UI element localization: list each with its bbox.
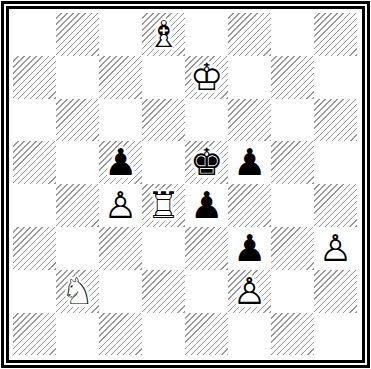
- black-pawn-icon: ♟: [99, 141, 142, 184]
- square-a4[interactable]: [13, 184, 56, 227]
- black-pawn-icon: ♟: [185, 184, 228, 227]
- square-e7[interactable]: ♚♔: [185, 56, 228, 99]
- square-d5[interactable]: [142, 141, 185, 184]
- square-h2[interactable]: [314, 270, 357, 313]
- square-c1[interactable]: [99, 313, 142, 356]
- square-b1[interactable]: [56, 313, 99, 356]
- square-b3[interactable]: [56, 227, 99, 270]
- square-b2[interactable]: ♞♘: [56, 270, 99, 313]
- white-bishop-icon: ♗: [142, 13, 185, 56]
- square-a8[interactable]: [13, 13, 56, 56]
- square-b5[interactable]: [56, 141, 99, 184]
- piece-white-rook-d4: ♜♖: [142, 184, 185, 227]
- white-rook-icon: ♖: [142, 184, 185, 227]
- black-king-icon: ♚: [185, 141, 228, 184]
- piece-black-pawn-e4: ♟♟: [185, 184, 228, 227]
- square-e5[interactable]: ♚♚: [185, 141, 228, 184]
- square-b4[interactable]: [56, 184, 99, 227]
- square-c3[interactable]: [99, 227, 142, 270]
- board-outer-frame: ♝♗♚♔♟♟♚♚♟♟♟♙♜♖♟♟♟♟♟♙♞♘♟♙: [1, 1, 370, 368]
- square-h4[interactable]: [314, 184, 357, 227]
- square-h7[interactable]: [314, 56, 357, 99]
- square-e4[interactable]: ♟♟: [185, 184, 228, 227]
- square-d1[interactable]: [142, 313, 185, 356]
- square-g7[interactable]: [271, 56, 314, 99]
- piece-black-pawn-c5: ♟♟: [99, 141, 142, 184]
- square-a2[interactable]: [13, 270, 56, 313]
- square-c6[interactable]: [99, 99, 142, 142]
- square-h6[interactable]: [314, 99, 357, 142]
- piece-white-knight-b2: ♞♘: [56, 270, 99, 313]
- square-h5[interactable]: [314, 141, 357, 184]
- square-a3[interactable]: [13, 227, 56, 270]
- white-king-icon: ♔: [185, 56, 228, 99]
- piece-white-pawn-h3: ♟♙: [314, 227, 357, 270]
- piece-white-bishop-d8: ♝♗: [142, 13, 185, 56]
- square-f2[interactable]: ♟♙: [228, 270, 271, 313]
- white-pawn-icon: ♙: [228, 270, 271, 313]
- square-a5[interactable]: [13, 141, 56, 184]
- square-f4[interactable]: [228, 184, 271, 227]
- piece-black-pawn-f3: ♟♟: [228, 227, 271, 270]
- square-d4[interactable]: ♜♖: [142, 184, 185, 227]
- square-g1[interactable]: [271, 313, 314, 356]
- square-f7[interactable]: [228, 56, 271, 99]
- square-f5[interactable]: ♟♟: [228, 141, 271, 184]
- white-pawn-icon: ♙: [99, 184, 142, 227]
- square-b8[interactable]: [56, 13, 99, 56]
- square-c4[interactable]: ♟♙: [99, 184, 142, 227]
- chess-board: ♝♗♚♔♟♟♚♚♟♟♟♙♜♖♟♟♟♟♟♙♞♘♟♙: [13, 13, 357, 356]
- square-c5[interactable]: ♟♟: [99, 141, 142, 184]
- square-c2[interactable]: [99, 270, 142, 313]
- square-e1[interactable]: [185, 313, 228, 356]
- square-d7[interactable]: [142, 56, 185, 99]
- square-e3[interactable]: [185, 227, 228, 270]
- square-f6[interactable]: [228, 99, 271, 142]
- square-d2[interactable]: [142, 270, 185, 313]
- square-h3[interactable]: ♟♙: [314, 227, 357, 270]
- black-pawn-icon: ♟: [228, 227, 271, 270]
- square-g3[interactable]: [271, 227, 314, 270]
- white-pawn-icon: ♙: [314, 227, 357, 270]
- square-b6[interactable]: [56, 99, 99, 142]
- square-e6[interactable]: [185, 99, 228, 142]
- square-a7[interactable]: [13, 56, 56, 99]
- square-b7[interactable]: [56, 56, 99, 99]
- chess-diagram: ♝♗♚♔♟♟♚♚♟♟♟♙♜♖♟♟♟♟♟♙♞♘♟♙: [0, 0, 371, 369]
- piece-white-pawn-f2: ♟♙: [228, 270, 271, 313]
- piece-black-pawn-f5: ♟♟: [228, 141, 271, 184]
- piece-white-king-e7: ♚♔: [185, 56, 228, 99]
- square-c8[interactable]: [99, 13, 142, 56]
- square-e8[interactable]: [185, 13, 228, 56]
- square-d6[interactable]: [142, 99, 185, 142]
- square-g8[interactable]: [271, 13, 314, 56]
- square-e2[interactable]: [185, 270, 228, 313]
- piece-black-king-e5: ♚♚: [185, 141, 228, 184]
- square-h1[interactable]: [314, 313, 357, 356]
- square-h8[interactable]: [314, 13, 357, 56]
- square-g6[interactable]: [271, 99, 314, 142]
- square-a6[interactable]: [13, 99, 56, 142]
- square-f8[interactable]: [228, 13, 271, 56]
- white-knight-icon: ♘: [56, 270, 99, 313]
- board-inner-frame: ♝♗♚♔♟♟♚♚♟♟♟♙♜♖♟♟♟♟♟♙♞♘♟♙: [6, 6, 365, 363]
- square-g2[interactable]: [271, 270, 314, 313]
- square-c7[interactable]: [99, 56, 142, 99]
- square-d8[interactable]: ♝♗: [142, 13, 185, 56]
- square-d3[interactable]: [142, 227, 185, 270]
- square-a1[interactable]: [13, 313, 56, 356]
- square-f3[interactable]: ♟♟: [228, 227, 271, 270]
- square-g5[interactable]: [271, 141, 314, 184]
- black-pawn-icon: ♟: [228, 141, 271, 184]
- square-g4[interactable]: [271, 184, 314, 227]
- piece-white-pawn-c4: ♟♙: [99, 184, 142, 227]
- square-f1[interactable]: [228, 313, 271, 356]
